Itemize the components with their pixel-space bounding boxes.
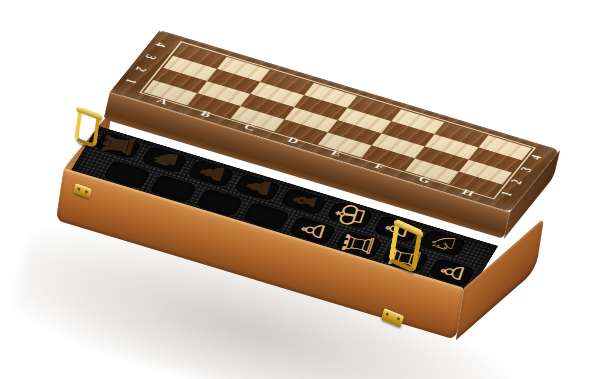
tray-slot-back-5: ♝ [279, 187, 328, 216]
rank-label-1: 1 [498, 190, 517, 198]
stored-piece-dark-knight: ♞ [147, 147, 182, 171]
rank-label-4: 4 [527, 153, 546, 161]
rank-label-4: 4 [151, 41, 170, 49]
tray-slot-back-1: ♜ [94, 131, 143, 160]
tray-slot-back-4: ♟ [233, 173, 282, 202]
rank-label-2: 2 [507, 178, 526, 186]
clasp-hinge-bar [76, 106, 103, 120]
stored-piece-light-king: ♔ [328, 200, 374, 230]
lid-clasp-left [74, 106, 101, 149]
rank-label-1: 1 [122, 77, 141, 85]
tray-slot-back-6: ♔ [326, 201, 375, 230]
stored-piece-dark-pawn: ♟ [194, 161, 229, 185]
tray-slot-back-2: ♞ [140, 145, 189, 174]
rank-label-2: 2 [131, 65, 150, 73]
tray-slot-back-3: ♟ [187, 159, 236, 188]
rank-label-3: 3 [517, 166, 536, 174]
stored-piece-dark-pawn: ♟ [240, 175, 275, 199]
rank-label-3: 3 [141, 53, 160, 61]
stored-piece-dark-bishop: ♝ [286, 189, 321, 213]
stored-piece-dark-rook: ♜ [96, 130, 142, 160]
stored-piece-light-knight: ♘ [426, 231, 461, 255]
chess-case-photo: ♜♞♟♟♝♔♙♘ ♙♖♖♙ ABCDEFGH 4321 4321 [0, 0, 600, 379]
